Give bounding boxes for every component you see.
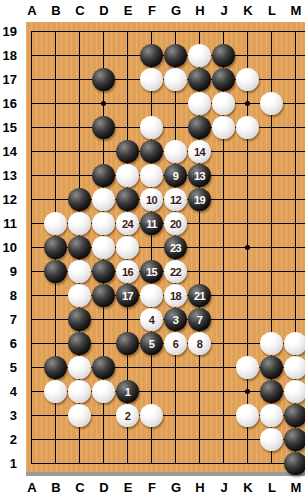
- intersection-M18[interactable]: [284, 44, 305, 68]
- intersection-G8[interactable]: 18: [164, 284, 188, 308]
- intersection-H17[interactable]: [188, 68, 212, 92]
- intersection-M5[interactable]: [284, 356, 305, 380]
- intersection-B3[interactable]: [44, 404, 68, 428]
- intersection-K17[interactable]: [236, 68, 260, 92]
- intersection-B10[interactable]: [44, 236, 68, 260]
- white-stone-G11[interactable]: 20: [164, 212, 187, 235]
- intersection-F1[interactable]: [140, 452, 164, 476]
- black-stone-H13[interactable]: 13: [188, 164, 211, 187]
- intersection-J2[interactable]: [212, 428, 236, 452]
- intersection-L13[interactable]: [260, 164, 284, 188]
- black-stone-H12[interactable]: 19: [188, 188, 211, 211]
- intersection-K15[interactable]: [236, 116, 260, 140]
- intersection-E15[interactable]: [116, 116, 140, 140]
- black-stone-E4[interactable]: 1: [116, 380, 139, 403]
- white-stone-C11[interactable]: [68, 212, 91, 235]
- intersection-B18[interactable]: [44, 44, 68, 68]
- intersection-K2[interactable]: [236, 428, 260, 452]
- black-stone-H7[interactable]: 7: [188, 308, 211, 331]
- intersection-M2[interactable]: [284, 428, 305, 452]
- intersection-K10[interactable]: [236, 236, 260, 260]
- intersection-D15[interactable]: [92, 116, 116, 140]
- intersection-B4[interactable]: [44, 380, 68, 404]
- white-stone-F17[interactable]: [140, 68, 163, 91]
- intersection-E11[interactable]: 24: [116, 212, 140, 236]
- white-stone-B11[interactable]: [44, 212, 67, 235]
- intersection-C3[interactable]: [68, 404, 92, 428]
- white-stone-F3[interactable]: [140, 404, 163, 427]
- intersection-F15[interactable]: [140, 116, 164, 140]
- intersection-E7[interactable]: [116, 308, 140, 332]
- intersection-A13[interactable]: [20, 164, 44, 188]
- intersection-K19[interactable]: [236, 20, 260, 44]
- intersection-C4[interactable]: [68, 380, 92, 404]
- intersection-H13[interactable]: 13: [188, 164, 212, 188]
- intersection-M7[interactable]: [284, 308, 305, 332]
- white-stone-L6[interactable]: [260, 332, 283, 355]
- black-stone-C7[interactable]: [68, 308, 91, 331]
- intersection-J5[interactable]: [212, 356, 236, 380]
- intersection-K13[interactable]: [236, 164, 260, 188]
- intersection-C10[interactable]: [68, 236, 92, 260]
- intersection-K5[interactable]: [236, 356, 260, 380]
- white-stone-G17[interactable]: [164, 68, 187, 91]
- intersection-F13[interactable]: [140, 164, 164, 188]
- black-stone-L5[interactable]: [260, 356, 283, 379]
- intersection-H4[interactable]: [188, 380, 212, 404]
- intersection-B1[interactable]: [44, 452, 68, 476]
- intersection-K11[interactable]: [236, 212, 260, 236]
- intersection-M8[interactable]: [284, 284, 305, 308]
- white-stone-J16[interactable]: [212, 92, 235, 115]
- intersection-E12[interactable]: [116, 188, 140, 212]
- intersection-H15[interactable]: [188, 116, 212, 140]
- white-stone-K3[interactable]: [236, 404, 259, 427]
- intersection-L11[interactable]: [260, 212, 284, 236]
- intersection-C15[interactable]: [68, 116, 92, 140]
- intersection-J9[interactable]: [212, 260, 236, 284]
- black-stone-J18[interactable]: [212, 44, 235, 67]
- intersection-G6[interactable]: 6: [164, 332, 188, 356]
- intersection-B15[interactable]: [44, 116, 68, 140]
- white-stone-D11[interactable]: [92, 212, 115, 235]
- intersection-H12[interactable]: 19: [188, 188, 212, 212]
- intersection-L1[interactable]: [260, 452, 284, 476]
- intersection-J8[interactable]: [212, 284, 236, 308]
- intersection-H14[interactable]: 14: [188, 140, 212, 164]
- intersection-F19[interactable]: [140, 20, 164, 44]
- intersection-L8[interactable]: [260, 284, 284, 308]
- intersection-F9[interactable]: 15: [140, 260, 164, 284]
- intersection-H3[interactable]: [188, 404, 212, 428]
- white-stone-K17[interactable]: [236, 68, 259, 91]
- intersection-B6[interactable]: [44, 332, 68, 356]
- black-stone-F9[interactable]: 15: [140, 260, 163, 283]
- intersection-H8[interactable]: 21: [188, 284, 212, 308]
- intersection-C14[interactable]: [68, 140, 92, 164]
- black-stone-D15[interactable]: [92, 116, 115, 139]
- white-stone-L2[interactable]: [260, 428, 283, 451]
- intersection-F5[interactable]: [140, 356, 164, 380]
- intersection-C7[interactable]: [68, 308, 92, 332]
- white-stone-K15[interactable]: [236, 116, 259, 139]
- intersection-G14[interactable]: [164, 140, 188, 164]
- intersection-K6[interactable]: [236, 332, 260, 356]
- white-stone-G6[interactable]: 6: [164, 332, 187, 355]
- intersection-H16[interactable]: [188, 92, 212, 116]
- intersection-A18[interactable]: [20, 44, 44, 68]
- intersection-G5[interactable]: [164, 356, 188, 380]
- intersection-L16[interactable]: [260, 92, 284, 116]
- intersection-D6[interactable]: [92, 332, 116, 356]
- intersection-D3[interactable]: [92, 404, 116, 428]
- intersection-L9[interactable]: [260, 260, 284, 284]
- intersection-D18[interactable]: [92, 44, 116, 68]
- white-stone-G12[interactable]: 12: [164, 188, 187, 211]
- white-stone-H6[interactable]: 8: [188, 332, 211, 355]
- intersection-L18[interactable]: [260, 44, 284, 68]
- black-stone-D13[interactable]: [92, 164, 115, 187]
- white-stone-D10[interactable]: [92, 236, 115, 259]
- intersection-J14[interactable]: [212, 140, 236, 164]
- intersection-D5[interactable]: [92, 356, 116, 380]
- white-stone-H16[interactable]: [188, 92, 211, 115]
- white-stone-F8[interactable]: [140, 284, 163, 307]
- intersection-E8[interactable]: 17: [116, 284, 140, 308]
- intersection-L5[interactable]: [260, 356, 284, 380]
- black-stone-M3[interactable]: [284, 404, 305, 427]
- white-stone-H14[interactable]: 14: [188, 140, 211, 163]
- intersection-K1[interactable]: [236, 452, 260, 476]
- intersection-G9[interactable]: 22: [164, 260, 188, 284]
- intersection-M4[interactable]: [284, 380, 305, 404]
- white-stone-C4[interactable]: [68, 380, 91, 403]
- intersection-G11[interactable]: 20: [164, 212, 188, 236]
- intersection-L6[interactable]: [260, 332, 284, 356]
- intersection-B9[interactable]: [44, 260, 68, 284]
- black-stone-C6[interactable]: [68, 332, 91, 355]
- intersection-A6[interactable]: [20, 332, 44, 356]
- white-stone-C9[interactable]: [68, 260, 91, 283]
- white-stone-E9[interactable]: 16: [116, 260, 139, 283]
- intersection-C17[interactable]: [68, 68, 92, 92]
- intersection-D17[interactable]: [92, 68, 116, 92]
- intersection-B7[interactable]: [44, 308, 68, 332]
- intersection-B14[interactable]: [44, 140, 68, 164]
- intersection-A19[interactable]: [20, 20, 44, 44]
- intersection-K18[interactable]: [236, 44, 260, 68]
- intersection-A7[interactable]: [20, 308, 44, 332]
- intersection-F11[interactable]: 11: [140, 212, 164, 236]
- intersection-B16[interactable]: [44, 92, 68, 116]
- white-stone-E11[interactable]: 24: [116, 212, 139, 235]
- intersection-J3[interactable]: [212, 404, 236, 428]
- intersection-F4[interactable]: [140, 380, 164, 404]
- intersection-G4[interactable]: [164, 380, 188, 404]
- white-stone-C8[interactable]: [68, 284, 91, 307]
- intersection-M15[interactable]: [284, 116, 305, 140]
- black-stone-F14[interactable]: [140, 140, 163, 163]
- white-stone-J15[interactable]: [212, 116, 235, 139]
- black-stone-D9[interactable]: [92, 260, 115, 283]
- intersection-L15[interactable]: [260, 116, 284, 140]
- intersection-A8[interactable]: [20, 284, 44, 308]
- black-stone-D8[interactable]: [92, 284, 115, 307]
- intersection-C1[interactable]: [68, 452, 92, 476]
- intersection-M10[interactable]: [284, 236, 305, 260]
- intersection-H5[interactable]: [188, 356, 212, 380]
- intersection-G13[interactable]: 9: [164, 164, 188, 188]
- black-stone-D5[interactable]: [92, 356, 115, 379]
- intersection-H11[interactable]: [188, 212, 212, 236]
- intersection-A3[interactable]: [20, 404, 44, 428]
- intersection-L19[interactable]: [260, 20, 284, 44]
- intersection-F8[interactable]: [140, 284, 164, 308]
- intersection-F7[interactable]: 4: [140, 308, 164, 332]
- intersection-D1[interactable]: [92, 452, 116, 476]
- black-stone-B9[interactable]: [44, 260, 67, 283]
- intersection-C12[interactable]: [68, 188, 92, 212]
- black-stone-C12[interactable]: [68, 188, 91, 211]
- intersection-J7[interactable]: [212, 308, 236, 332]
- intersection-J19[interactable]: [212, 20, 236, 44]
- intersection-A14[interactable]: [20, 140, 44, 164]
- intersection-E10[interactable]: [116, 236, 140, 260]
- white-stone-M5[interactable]: [284, 356, 305, 379]
- intersection-E4[interactable]: 1: [116, 380, 140, 404]
- intersection-E1[interactable]: [116, 452, 140, 476]
- intersection-G7[interactable]: 3: [164, 308, 188, 332]
- intersection-D13[interactable]: [92, 164, 116, 188]
- intersection-F14[interactable]: [140, 140, 164, 164]
- intersection-H6[interactable]: 8: [188, 332, 212, 356]
- intersection-M9[interactable]: [284, 260, 305, 284]
- intersection-M3[interactable]: [284, 404, 305, 428]
- intersection-E18[interactable]: [116, 44, 140, 68]
- black-stone-F6[interactable]: 5: [140, 332, 163, 355]
- white-stone-C5[interactable]: [68, 356, 91, 379]
- intersection-E19[interactable]: [116, 20, 140, 44]
- intersection-E17[interactable]: [116, 68, 140, 92]
- intersection-K8[interactable]: [236, 284, 260, 308]
- intersection-B12[interactable]: [44, 188, 68, 212]
- intersection-L12[interactable]: [260, 188, 284, 212]
- intersection-C2[interactable]: [68, 428, 92, 452]
- intersection-E16[interactable]: [116, 92, 140, 116]
- white-stone-C3[interactable]: [68, 404, 91, 427]
- white-stone-E13[interactable]: [116, 164, 139, 187]
- intersection-J12[interactable]: [212, 188, 236, 212]
- intersection-M11[interactable]: [284, 212, 305, 236]
- white-stone-F15[interactable]: [140, 116, 163, 139]
- black-stone-M1[interactable]: [284, 452, 305, 475]
- intersection-G3[interactable]: [164, 404, 188, 428]
- intersection-L14[interactable]: [260, 140, 284, 164]
- intersection-B5[interactable]: [44, 356, 68, 380]
- intersection-E3[interactable]: 2: [116, 404, 140, 428]
- intersection-G18[interactable]: [164, 44, 188, 68]
- intersection-F6[interactable]: 5: [140, 332, 164, 356]
- intersection-B13[interactable]: [44, 164, 68, 188]
- black-stone-J17[interactable]: [212, 68, 235, 91]
- intersection-E9[interactable]: 16: [116, 260, 140, 284]
- intersection-E13[interactable]: [116, 164, 140, 188]
- intersection-H10[interactable]: [188, 236, 212, 260]
- white-stone-M6[interactable]: [284, 332, 305, 355]
- intersection-J16[interactable]: [212, 92, 236, 116]
- intersection-H18[interactable]: [188, 44, 212, 68]
- white-stone-D12[interactable]: [92, 188, 115, 211]
- white-stone-H18[interactable]: [188, 44, 211, 67]
- white-stone-G8[interactable]: 18: [164, 284, 187, 307]
- intersection-D10[interactable]: [92, 236, 116, 260]
- intersection-J11[interactable]: [212, 212, 236, 236]
- intersection-C13[interactable]: [68, 164, 92, 188]
- intersection-A10[interactable]: [20, 236, 44, 260]
- intersection-C5[interactable]: [68, 356, 92, 380]
- intersection-M1[interactable]: [284, 452, 305, 476]
- intersection-K12[interactable]: [236, 188, 260, 212]
- intersection-G1[interactable]: [164, 452, 188, 476]
- intersection-B17[interactable]: [44, 68, 68, 92]
- intersection-K7[interactable]: [236, 308, 260, 332]
- intersection-L4[interactable]: [260, 380, 284, 404]
- intersection-M17[interactable]: [284, 68, 305, 92]
- intersection-D19[interactable]: [92, 20, 116, 44]
- white-stone-E3[interactable]: 2: [116, 404, 139, 427]
- intersection-A4[interactable]: [20, 380, 44, 404]
- intersection-H1[interactable]: [188, 452, 212, 476]
- black-stone-D17[interactable]: [92, 68, 115, 91]
- intersection-F3[interactable]: [140, 404, 164, 428]
- intersection-A2[interactable]: [20, 428, 44, 452]
- intersection-H9[interactable]: [188, 260, 212, 284]
- intersection-D16[interactable]: [92, 92, 116, 116]
- intersection-J18[interactable]: [212, 44, 236, 68]
- intersection-F10[interactable]: [140, 236, 164, 260]
- intersection-K16[interactable]: [236, 92, 260, 116]
- black-stone-E12[interactable]: [116, 188, 139, 211]
- intersection-G19[interactable]: [164, 20, 188, 44]
- white-stone-M4[interactable]: [284, 380, 305, 403]
- intersection-B2[interactable]: [44, 428, 68, 452]
- intersection-J15[interactable]: [212, 116, 236, 140]
- intersection-J1[interactable]: [212, 452, 236, 476]
- intersection-F17[interactable]: [140, 68, 164, 92]
- intersection-C8[interactable]: [68, 284, 92, 308]
- intersection-J10[interactable]: [212, 236, 236, 260]
- black-stone-H8[interactable]: 21: [188, 284, 211, 307]
- white-stone-F12[interactable]: 10: [140, 188, 163, 211]
- white-stone-E10[interactable]: [116, 236, 139, 259]
- intersection-G2[interactable]: [164, 428, 188, 452]
- intersection-H7[interactable]: 7: [188, 308, 212, 332]
- intersection-L7[interactable]: [260, 308, 284, 332]
- intersection-L3[interactable]: [260, 404, 284, 428]
- intersection-M16[interactable]: [284, 92, 305, 116]
- intersection-D12[interactable]: [92, 188, 116, 212]
- intersection-M14[interactable]: [284, 140, 305, 164]
- intersection-C11[interactable]: [68, 212, 92, 236]
- white-stone-D4[interactable]: [92, 380, 115, 403]
- intersection-J13[interactable]: [212, 164, 236, 188]
- black-stone-G18[interactable]: [164, 44, 187, 67]
- intersection-A12[interactable]: [20, 188, 44, 212]
- black-stone-E14[interactable]: [116, 140, 139, 163]
- intersection-A1[interactable]: [20, 452, 44, 476]
- intersection-D8[interactable]: [92, 284, 116, 308]
- black-stone-H15[interactable]: [188, 116, 211, 139]
- intersection-A5[interactable]: [20, 356, 44, 380]
- white-stone-F13[interactable]: [140, 164, 163, 187]
- intersection-G10[interactable]: 23: [164, 236, 188, 260]
- intersection-D4[interactable]: [92, 380, 116, 404]
- black-stone-G13[interactable]: 9: [164, 164, 187, 187]
- black-stone-B5[interactable]: [44, 356, 67, 379]
- black-stone-L4[interactable]: [260, 380, 283, 403]
- white-stone-L3[interactable]: [260, 404, 283, 427]
- intersection-A16[interactable]: [20, 92, 44, 116]
- intersection-G16[interactable]: [164, 92, 188, 116]
- white-stone-B4[interactable]: [44, 380, 67, 403]
- intersection-M6[interactable]: [284, 332, 305, 356]
- intersection-M13[interactable]: [284, 164, 305, 188]
- white-stone-F7[interactable]: 4: [140, 308, 163, 331]
- intersection-B8[interactable]: [44, 284, 68, 308]
- black-stone-B10[interactable]: [44, 236, 67, 259]
- intersection-C16[interactable]: [68, 92, 92, 116]
- black-stone-H17[interactable]: [188, 68, 211, 91]
- intersection-K4[interactable]: [236, 380, 260, 404]
- intersection-D2[interactable]: [92, 428, 116, 452]
- intersection-K14[interactable]: [236, 140, 260, 164]
- intersection-L17[interactable]: [260, 68, 284, 92]
- intersection-L10[interactable]: [260, 236, 284, 260]
- intersection-E2[interactable]: [116, 428, 140, 452]
- intersection-J4[interactable]: [212, 380, 236, 404]
- intersection-J6[interactable]: [212, 332, 236, 356]
- black-stone-G7[interactable]: 3: [164, 308, 187, 331]
- white-stone-G14[interactable]: [164, 140, 187, 163]
- white-stone-K5[interactable]: [236, 356, 259, 379]
- black-stone-M2[interactable]: [284, 428, 305, 451]
- intersection-E14[interactable]: [116, 140, 140, 164]
- intersection-A15[interactable]: [20, 116, 44, 140]
- black-stone-F11[interactable]: 11: [140, 212, 163, 235]
- intersection-B11[interactable]: [44, 212, 68, 236]
- intersection-H19[interactable]: [188, 20, 212, 44]
- intersection-G15[interactable]: [164, 116, 188, 140]
- intersection-A11[interactable]: [20, 212, 44, 236]
- intersection-G17[interactable]: [164, 68, 188, 92]
- intersection-C19[interactable]: [68, 20, 92, 44]
- black-stone-C10[interactable]: [68, 236, 91, 259]
- black-stone-E6[interactable]: [116, 332, 139, 355]
- intersection-H2[interactable]: [188, 428, 212, 452]
- intersection-C18[interactable]: [68, 44, 92, 68]
- intersection-A9[interactable]: [20, 260, 44, 284]
- intersection-G12[interactable]: 12: [164, 188, 188, 212]
- intersection-K3[interactable]: [236, 404, 260, 428]
- intersection-M19[interactable]: [284, 20, 305, 44]
- intersection-L2[interactable]: [260, 428, 284, 452]
- intersection-C9[interactable]: [68, 260, 92, 284]
- intersection-M12[interactable]: [284, 188, 305, 212]
- intersection-J17[interactable]: [212, 68, 236, 92]
- intersection-E5[interactable]: [116, 356, 140, 380]
- intersection-D11[interactable]: [92, 212, 116, 236]
- white-stone-L16[interactable]: [260, 92, 283, 115]
